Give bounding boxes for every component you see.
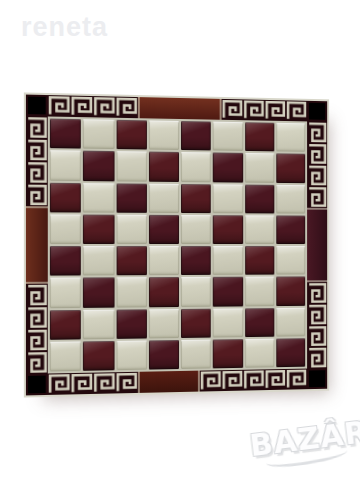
product-photo: reneta [0, 0, 360, 480]
greek-key-unit [307, 165, 327, 187]
square-h2 [276, 307, 305, 336]
squares-grid [48, 116, 307, 373]
greek-key-unit [307, 325, 327, 347]
greek-key-unit [26, 139, 48, 162]
square-a4 [50, 246, 81, 276]
square-a5 [50, 214, 81, 244]
square-a7 [50, 150, 81, 180]
greek-key-run [48, 372, 138, 395]
square-g4 [245, 246, 274, 275]
greek-key-unit [265, 369, 286, 390]
greek-key-run [307, 121, 327, 207]
square-c7 [116, 151, 147, 181]
greek-key-unit [243, 369, 264, 390]
square-h6 [276, 184, 305, 213]
greek-key-unit [71, 373, 94, 395]
square-f7 [213, 153, 243, 182]
square-e8 [181, 121, 211, 151]
watermark-reneta: reneta [21, 12, 108, 43]
greek-key-run [26, 284, 48, 374]
greek-key-unit [243, 99, 264, 120]
square-h1 [276, 338, 305, 367]
square-c6 [116, 183, 147, 213]
square-f6 [213, 184, 243, 213]
greek-key-unit [26, 329, 48, 352]
square-a6 [50, 182, 81, 212]
chess-board [24, 92, 329, 397]
greek-key-unit [26, 351, 48, 374]
watermark-bazar-logo: BAZÂR [248, 414, 360, 471]
border-edge-right [307, 121, 327, 368]
border-strip-left [26, 206, 48, 284]
square-f2 [213, 308, 243, 337]
greek-key-run [200, 369, 307, 392]
greek-key-unit [93, 96, 115, 118]
square-c1 [116, 340, 147, 370]
square-b6 [83, 183, 114, 213]
square-f4 [213, 246, 243, 275]
square-b3 [83, 278, 114, 308]
square-h7 [276, 154, 305, 183]
square-d2 [149, 309, 179, 339]
square-b2 [83, 309, 114, 339]
greek-key-run [26, 116, 48, 206]
square-h4 [276, 246, 305, 275]
greek-key-unit [26, 184, 48, 207]
square-e7 [181, 152, 211, 182]
square-g8 [245, 122, 274, 151]
square-b7 [83, 151, 114, 181]
greek-key-unit [307, 186, 327, 208]
square-d4 [149, 246, 179, 275]
greek-key-unit [48, 95, 71, 117]
greek-key-unit [26, 161, 48, 184]
greek-key-run [222, 99, 307, 121]
square-f5 [213, 215, 243, 244]
square-a2 [50, 309, 81, 339]
square-h3 [276, 277, 305, 306]
greek-key-unit [48, 373, 71, 395]
square-e3 [181, 277, 211, 306]
square-h5 [276, 215, 305, 244]
square-d7 [149, 152, 179, 182]
border-strip-bottom [138, 371, 200, 393]
square-e6 [181, 184, 211, 213]
greek-key-unit [222, 370, 244, 391]
square-b5 [83, 214, 114, 244]
square-a8 [50, 119, 81, 149]
greek-key-unit [286, 369, 307, 390]
square-c4 [116, 246, 147, 276]
greek-key-unit [116, 97, 138, 119]
square-f8 [213, 122, 243, 152]
greek-key-unit [307, 282, 327, 304]
square-b1 [83, 341, 114, 371]
square-c2 [116, 309, 147, 339]
corner-motif-top-right [307, 101, 327, 122]
corner-motif-bottom-right [307, 368, 327, 389]
square-g5 [245, 215, 274, 244]
square-c3 [116, 277, 147, 307]
greek-key-unit [93, 372, 115, 394]
square-b8 [83, 119, 114, 149]
greek-key-unit [71, 96, 94, 118]
greek-key-unit [265, 100, 286, 121]
greek-key-unit [307, 347, 327, 369]
square-h8 [276, 123, 305, 152]
square-g2 [245, 308, 274, 337]
square-d8 [149, 120, 179, 150]
square-c8 [116, 120, 147, 150]
border-edge-left [26, 116, 48, 374]
square-e2 [181, 308, 211, 338]
greek-key-run [307, 282, 327, 368]
square-a1 [50, 341, 81, 371]
square-g1 [245, 338, 274, 367]
border-strip-top [138, 97, 222, 120]
greek-key-unit [116, 372, 138, 394]
border-strip-right [307, 208, 327, 283]
greek-key-run [48, 95, 138, 118]
square-f1 [213, 339, 243, 369]
greek-key-unit [286, 100, 307, 121]
greek-key-unit [26, 306, 48, 329]
square-d3 [149, 277, 179, 307]
greek-key-unit [26, 116, 48, 139]
square-a3 [50, 278, 81, 308]
square-e1 [181, 339, 211, 369]
square-d6 [149, 183, 179, 213]
square-e4 [181, 246, 211, 275]
corner-motif-bottom-left [26, 374, 48, 396]
square-b4 [83, 246, 114, 276]
square-g3 [245, 277, 274, 306]
greek-key-unit [307, 304, 327, 326]
square-c5 [116, 214, 147, 244]
border-edge-bottom [48, 369, 307, 395]
greek-key-unit [26, 284, 48, 307]
square-d1 [149, 340, 179, 370]
square-g6 [245, 184, 274, 213]
square-e5 [181, 215, 211, 244]
greek-key-unit [200, 370, 222, 391]
corner-motif-top-left [26, 95, 48, 117]
square-f3 [213, 277, 243, 306]
square-g7 [245, 153, 274, 182]
greek-key-border [26, 95, 327, 396]
playing-area [48, 116, 307, 373]
greek-key-unit [307, 121, 327, 143]
square-d5 [149, 215, 179, 244]
greek-key-unit [222, 99, 244, 120]
greek-key-unit [307, 143, 327, 165]
